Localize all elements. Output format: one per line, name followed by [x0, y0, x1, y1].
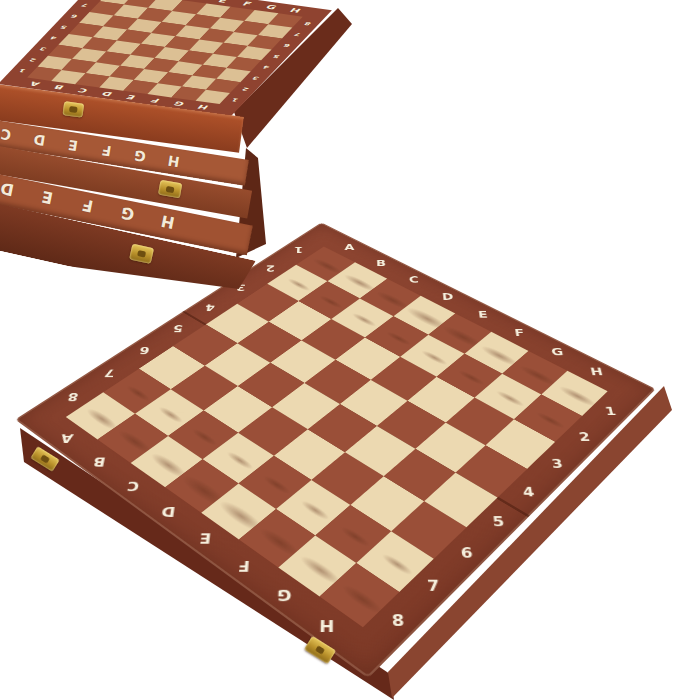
- rank-label: 2: [265, 263, 275, 272]
- box-coordinate-letter: D: [32, 131, 46, 149]
- dark-pawn-glyph: ♟: [449, 333, 489, 378]
- dark-pawn-glyph: ♟: [311, 261, 348, 303]
- lid-rank-label: 4: [48, 35, 58, 40]
- rank-label: 8: [391, 612, 404, 630]
- file-label: D: [161, 504, 177, 519]
- lid-rank-label: 2: [28, 57, 38, 62]
- lid-file-label: B: [52, 84, 66, 91]
- lid-rank-label: 2: [240, 87, 250, 92]
- dark-pawn-glyph: ♟: [377, 296, 416, 339]
- box-coordinate-letter: H: [167, 152, 181, 170]
- file-label: E: [199, 530, 212, 546]
- lid-file-label: E: [216, 0, 229, 4]
- rank-label: 2: [578, 431, 592, 444]
- rank-label: 5: [492, 514, 506, 529]
- file-label: H: [319, 616, 334, 634]
- rank-label: 5: [172, 323, 183, 334]
- lid-rank-label: 6: [69, 14, 79, 19]
- lid-rank-label: 4: [261, 65, 271, 70]
- dark-pawn-glyph: ♟: [527, 374, 569, 421]
- file-label: G: [277, 586, 292, 603]
- lid-rank-label: 3: [251, 76, 261, 81]
- lid-rank-label: 3: [38, 46, 48, 51]
- brass-clasp: [62, 101, 84, 118]
- lid-file-label: A: [28, 80, 42, 87]
- brass-clasp: [158, 180, 182, 199]
- rank-label: 7: [427, 578, 440, 595]
- box-coordinate-letter: F: [101, 142, 113, 159]
- dark-pawn-glyph: ♟: [413, 314, 452, 358]
- lid-file-label: G: [264, 4, 279, 11]
- lid-rank-label: 7: [292, 32, 302, 37]
- box-coordinate-letter: H: [159, 211, 176, 232]
- lid-file-label: H: [196, 103, 211, 110]
- lid-rank-label: 6: [282, 43, 292, 48]
- lid-rank-label: 1: [230, 97, 240, 102]
- box-coordinate-letter: F: [80, 195, 95, 216]
- file-label: F: [237, 557, 250, 573]
- rank-label: 1: [604, 405, 618, 417]
- box-coordinate-letter: D: [0, 178, 16, 199]
- box-coordinate-letter: G: [133, 147, 147, 165]
- lid-file-label: D: [100, 90, 115, 97]
- rank-label: 4: [522, 485, 536, 499]
- dark-pawn-glyph: ♟: [488, 353, 529, 399]
- box-coordinate-letter: E: [67, 137, 79, 154]
- rank-label: 3: [550, 457, 564, 471]
- lid-rank-label: 8: [303, 21, 313, 26]
- box-coordinate-letter: C: [0, 126, 12, 143]
- lid-rank-label: 5: [272, 54, 282, 59]
- rank-label: 6: [460, 545, 474, 561]
- light-rook-glyph: ♜: [328, 528, 391, 599]
- lid-file-label: H: [288, 7, 303, 14]
- brass-clasp: [129, 244, 154, 264]
- file-label: B: [92, 455, 107, 469]
- box-coordinate-letter: G: [119, 203, 136, 224]
- lid-rank-label: 7: [80, 3, 90, 8]
- lid-file-label: D: [192, 0, 207, 1]
- lid-file-label: F: [240, 0, 253, 7]
- rank-label: 4: [205, 302, 216, 312]
- lid-file-label: G: [172, 100, 187, 107]
- lid-file-label: F: [148, 97, 161, 104]
- lid-rank-label: 5: [59, 25, 69, 30]
- lid-file-label: C: [76, 87, 90, 94]
- box-coordinate-letter: E: [40, 187, 55, 208]
- lid-file-label: E: [124, 94, 137, 101]
- lid-rank-label: 1: [17, 68, 27, 73]
- dark-pawn-glyph: ♟: [343, 278, 381, 320]
- file-label: C: [126, 479, 140, 493]
- file-label: A: [59, 431, 74, 444]
